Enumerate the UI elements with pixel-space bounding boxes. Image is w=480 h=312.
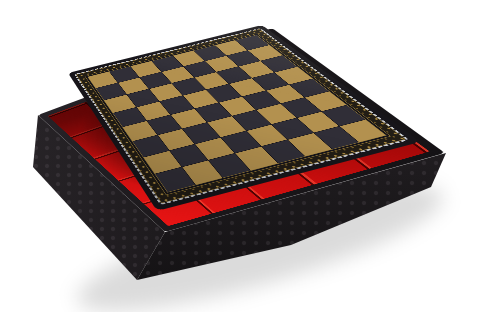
product-photo-scene xyxy=(0,0,480,312)
